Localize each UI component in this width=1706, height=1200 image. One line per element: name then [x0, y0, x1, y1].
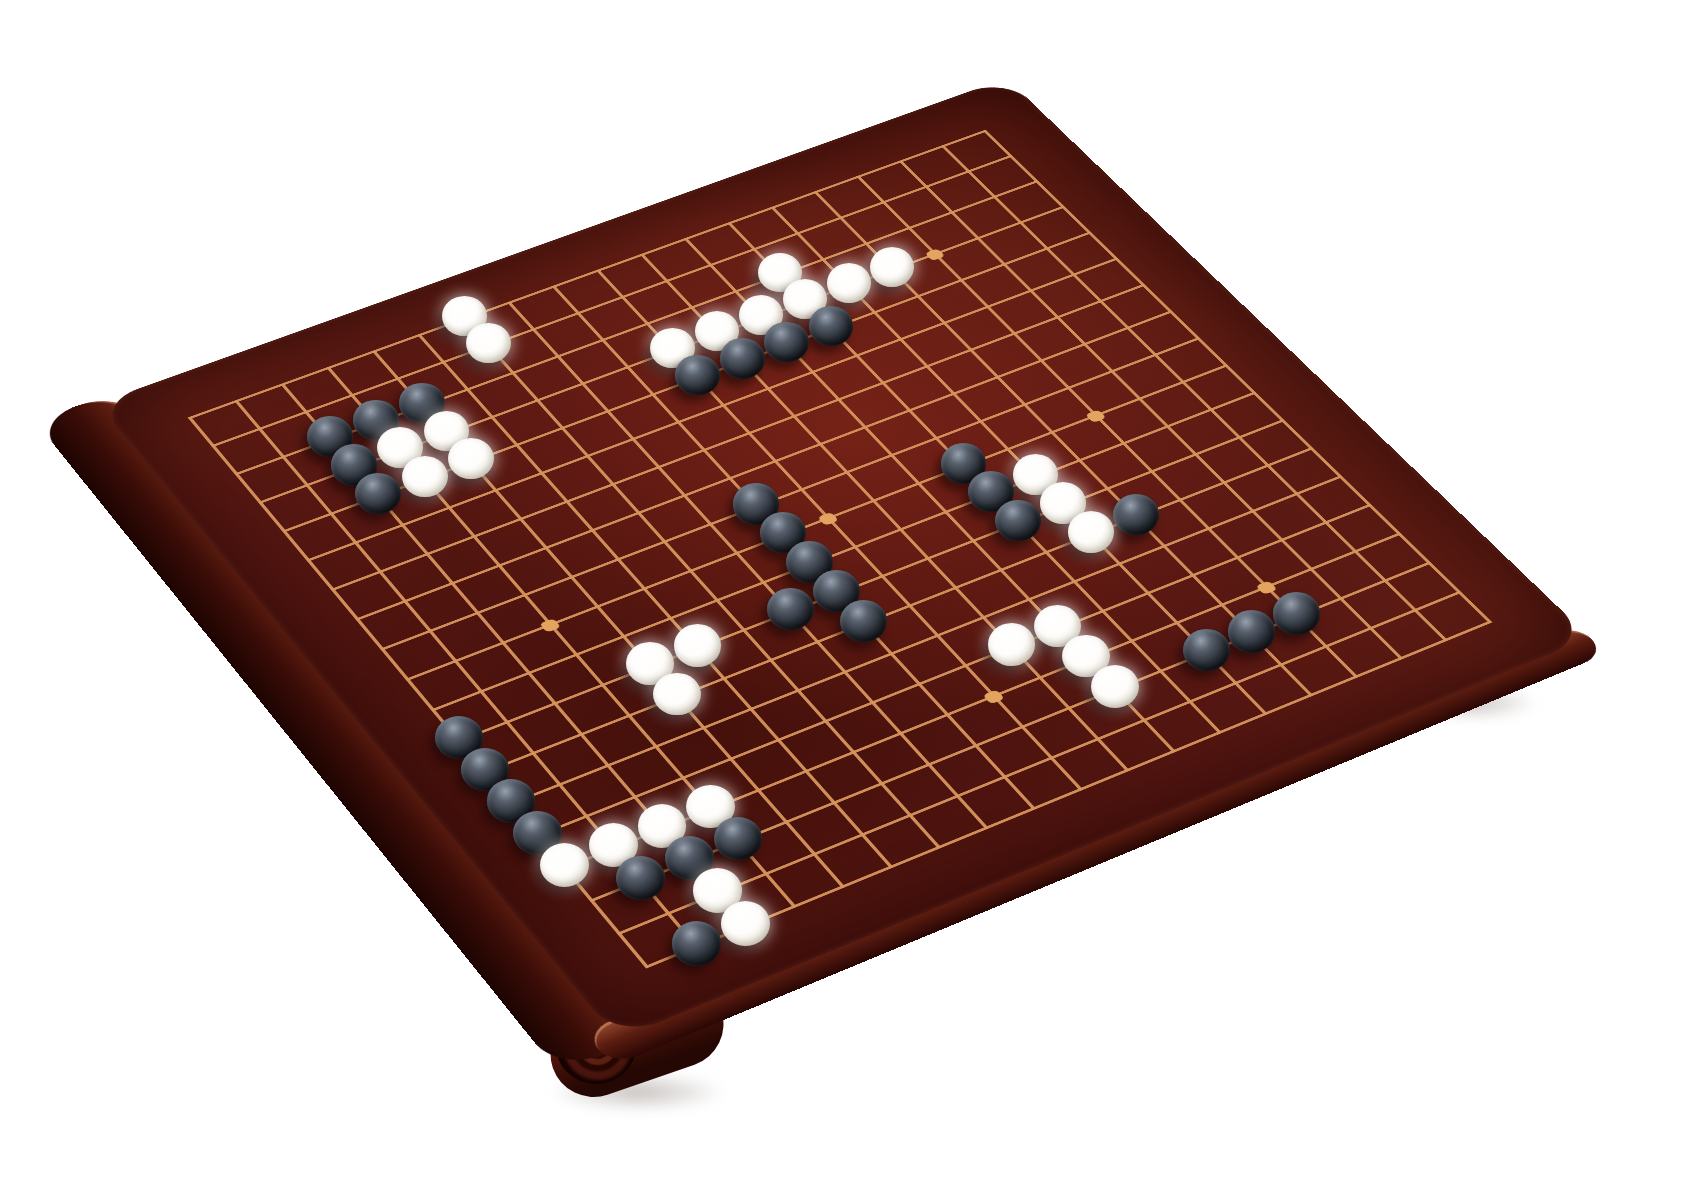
grid-line-vertical	[306, 257, 1119, 561]
grid-line-horizontal	[899, 160, 1404, 660]
grid-line-vertical	[509, 475, 1343, 805]
go-board[interactable]	[97, 78, 1590, 1039]
grid-line-vertical	[380, 337, 1201, 651]
grid-line-vertical	[431, 391, 1257, 711]
grid-line-vertical	[589, 561, 1432, 902]
grid-line-vertical	[211, 155, 1013, 448]
grid-line-vertical	[562, 532, 1402, 869]
board-face	[97, 78, 1590, 1039]
grid-line-vertical	[355, 310, 1173, 621]
grid-line-vertical	[482, 447, 1314, 774]
grid-line-horizontal	[770, 206, 1268, 715]
grid-line-horizontal	[684, 238, 1177, 753]
grid-line-vertical	[188, 130, 988, 420]
grid-line-vertical	[405, 364, 1228, 681]
grid-line-vertical	[456, 419, 1285, 743]
grid-line-vertical	[330, 284, 1145, 591]
goban-photo-scene	[0, 0, 1706, 1200]
grid-line-horizontal	[727, 222, 1222, 734]
grid-line-vertical	[234, 180, 1039, 475]
grid-line-horizontal	[941, 145, 1448, 642]
grid-line-horizontal	[640, 253, 1130, 772]
grid-line-vertical	[644, 620, 1492, 968]
